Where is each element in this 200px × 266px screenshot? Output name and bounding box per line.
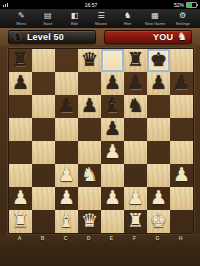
- white-knight-icon: ♞: [177, 31, 187, 42]
- square-h8[interactable]: [170, 49, 193, 72]
- square-h1[interactable]: [170, 210, 193, 233]
- file-label-h: H: [169, 235, 192, 241]
- black-pawn-a7: ♟: [12, 73, 29, 92]
- toolbar-button-edit[interactable]: ◧Edit: [65, 12, 83, 26]
- square-a6[interactable]: [9, 95, 32, 118]
- square-b8[interactable]: [32, 49, 55, 72]
- player-label: YOU: [153, 32, 173, 42]
- square-b3[interactable]: [32, 164, 55, 187]
- square-f5[interactable]: [124, 118, 147, 141]
- battery-percent: 52%: [174, 2, 184, 8]
- square-e1[interactable]: [101, 210, 124, 233]
- clock-text: 16:57: [85, 2, 98, 8]
- file-labels: ABCDEFGH: [0, 234, 200, 242]
- new-board-icon: ▦: [151, 12, 159, 21]
- square-g8[interactable]: ♚: [147, 49, 170, 72]
- black-pawn-e5: ♟: [104, 119, 121, 138]
- square-c6[interactable]: ♟: [55, 95, 78, 118]
- square-g4[interactable]: [147, 141, 170, 164]
- white-pawn-a2: ♟: [12, 188, 29, 207]
- square-b4[interactable]: [32, 141, 55, 164]
- square-d5[interactable]: [78, 118, 101, 141]
- square-g2[interactable]: ♟: [147, 187, 170, 210]
- square-g7[interactable]: ♟: [147, 72, 170, 95]
- board-edit-icon: ◧: [71, 12, 79, 21]
- toolbar-button-new-game[interactable]: ▦New Game: [145, 12, 165, 26]
- square-a8[interactable]: ♜: [9, 49, 32, 72]
- board-frame: ♜♛♜♚♟♟♟♟♟♟♟♝♞♟♟♟♞♟♟♟♟♟♟♜♝♛♜♚: [0, 46, 200, 234]
- black-queen-d8: ♛: [81, 50, 98, 69]
- square-e2[interactable]: ♟: [101, 187, 124, 210]
- square-a1[interactable]: ♜: [9, 210, 32, 233]
- square-g3[interactable]: [147, 164, 170, 187]
- square-d1[interactable]: ♛: [78, 210, 101, 233]
- square-c1[interactable]: ♝: [55, 210, 78, 233]
- square-d2[interactable]: [78, 187, 101, 210]
- opponent-label: Level 50: [27, 32, 64, 42]
- toolbar-button-label: Hint: [124, 22, 131, 26]
- square-d7[interactable]: [78, 72, 101, 95]
- square-b7[interactable]: [32, 72, 55, 95]
- white-knight-d3: ♞: [81, 165, 98, 184]
- white-pawn-g2: ♟: [150, 188, 167, 207]
- white-pawn-e4: ♟: [104, 142, 121, 161]
- black-pawn-g7: ♟: [150, 73, 167, 92]
- opponent-indicator: ♞ Level 50: [8, 30, 96, 44]
- white-rook-f1: ♜: [127, 211, 144, 230]
- chess-board: ♜♛♜♚♟♟♟♟♟♟♟♝♞♟♟♟♞♟♟♟♟♟♟♜♝♛♜♚: [8, 48, 194, 234]
- toolbar-button-settings[interactable]: ⚙Settings: [174, 12, 192, 26]
- square-a5[interactable]: [9, 118, 32, 141]
- square-g1[interactable]: ♚: [147, 210, 170, 233]
- signal-icon: [3, 3, 8, 7]
- white-rook-a1: ♜: [12, 211, 29, 230]
- square-c5[interactable]: [55, 118, 78, 141]
- file-label-b: B: [31, 235, 54, 241]
- square-h3[interactable]: ♟: [170, 164, 193, 187]
- black-rook-f8: ♜: [127, 50, 144, 69]
- square-c7[interactable]: [55, 72, 78, 95]
- square-a2[interactable]: ♟: [9, 187, 32, 210]
- square-d8[interactable]: ♛: [78, 49, 101, 72]
- move-list-icon: ☰: [97, 12, 104, 21]
- square-h6[interactable]: [170, 95, 193, 118]
- toolbar-button-moves[interactable]: ☰Moves: [92, 12, 110, 26]
- square-b2[interactable]: [32, 187, 55, 210]
- square-d4[interactable]: [78, 141, 101, 164]
- toolbar-button-label: Menu: [16, 22, 26, 26]
- square-b6[interactable]: [32, 95, 55, 118]
- square-d3[interactable]: ♞: [78, 164, 101, 187]
- square-h5[interactable]: [170, 118, 193, 141]
- white-queen-d1: ♛: [81, 211, 98, 230]
- square-c2[interactable]: ♟: [55, 187, 78, 210]
- toolbar-button-hint[interactable]: ♞Hint: [119, 12, 137, 26]
- square-e7[interactable]: ♟: [101, 72, 124, 95]
- file-label-c: C: [54, 235, 77, 241]
- square-c3[interactable]: ♟: [55, 164, 78, 187]
- square-g6[interactable]: [147, 95, 170, 118]
- square-e5[interactable]: ♟: [101, 118, 124, 141]
- square-f8[interactable]: ♜: [124, 49, 147, 72]
- black-rook-a8: ♜: [12, 50, 29, 69]
- square-a7[interactable]: ♟: [9, 72, 32, 95]
- square-b1[interactable]: [32, 210, 55, 233]
- player-turn-indicator: YOU ♞: [104, 30, 192, 44]
- square-c8[interactable]: [55, 49, 78, 72]
- square-f4[interactable]: [124, 141, 147, 164]
- black-pawn-e7: ♟: [104, 73, 121, 92]
- square-h7[interactable]: ♟: [170, 72, 193, 95]
- black-pawn-h7: ♟: [173, 73, 190, 92]
- toolbar-button-label: New Game: [145, 22, 165, 26]
- turn-header: ♞ Level 50 YOU ♞: [0, 28, 200, 46]
- square-f6[interactable]: ♞: [124, 95, 147, 118]
- black-pawn-c6: ♟: [58, 96, 75, 115]
- square-e6[interactable]: ♝: [101, 95, 124, 118]
- status-bar: 16:57 52%: [0, 0, 200, 9]
- pencil-icon: ✎: [18, 12, 25, 21]
- square-b5[interactable]: [32, 118, 55, 141]
- toolbar-button-label: Edit: [71, 22, 78, 26]
- square-a4[interactable]: [9, 141, 32, 164]
- square-e3[interactable]: [101, 164, 124, 187]
- square-g5[interactable]: [147, 118, 170, 141]
- black-pawn-f7: ♟: [127, 73, 144, 92]
- toolbar-button-label: Moves: [95, 22, 107, 26]
- white-king-g1: ♚: [150, 211, 167, 230]
- black-bishop-e6: ♝: [104, 96, 121, 115]
- square-f3[interactable]: [124, 164, 147, 187]
- square-c4[interactable]: [55, 141, 78, 164]
- toolbar: ✎Menu▤Save◧Edit☰Moves♞Hint▦New Game⚙Sett…: [0, 9, 200, 28]
- white-pawn-e2: ♟: [104, 188, 121, 207]
- square-e8[interactable]: [101, 49, 124, 72]
- square-f1[interactable]: ♜: [124, 210, 147, 233]
- white-pawn-c3: ♟: [58, 165, 75, 184]
- black-king-g8: ♚: [150, 50, 167, 69]
- file-label-d: D: [77, 235, 100, 241]
- toolbar-button-label: Save: [43, 22, 52, 26]
- black-knight-icon: ♞: [13, 31, 23, 42]
- square-e4[interactable]: ♟: [101, 141, 124, 164]
- bottom-wood-panel: [0, 242, 200, 266]
- gear-icon: ⚙: [179, 12, 186, 21]
- toolbar-button-menu[interactable]: ✎Menu: [12, 12, 30, 26]
- white-pawn-f2: ♟: [127, 188, 144, 207]
- chess-app-window: 16:57 52% ✎Menu▤Save◧Edit☰Moves♞Hint▦New…: [0, 0, 200, 266]
- square-d6[interactable]: ♟: [78, 95, 101, 118]
- square-h4[interactable]: [170, 141, 193, 164]
- white-pawn-c2: ♟: [58, 188, 75, 207]
- black-pawn-d6: ♟: [81, 96, 98, 115]
- file-label-f: F: [123, 235, 146, 241]
- toolbar-button-save[interactable]: ▤Save: [39, 12, 57, 26]
- white-pawn-h3: ♟: [173, 165, 190, 184]
- toolbar-button-label: Settings: [175, 22, 189, 26]
- file-label-g: G: [146, 235, 169, 241]
- file-label-a: A: [8, 235, 31, 241]
- square-f7[interactable]: ♟: [124, 72, 147, 95]
- knight-icon: ♞: [124, 12, 131, 21]
- document-icon: ▤: [44, 12, 52, 21]
- black-knight-f6: ♞: [127, 96, 144, 115]
- square-h2[interactable]: [170, 187, 193, 210]
- square-a3[interactable]: [9, 164, 32, 187]
- square-f2[interactable]: ♟: [124, 187, 147, 210]
- white-bishop-c1: ♝: [58, 211, 75, 230]
- file-label-e: E: [100, 235, 123, 241]
- battery-icon: [186, 2, 197, 8]
